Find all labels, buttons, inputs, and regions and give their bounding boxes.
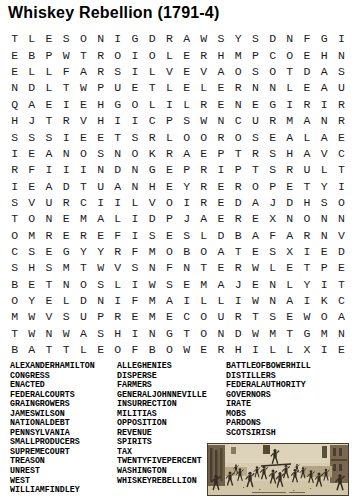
word-list-item: MILITIAS [117, 409, 207, 419]
grid-cell: W [247, 293, 264, 309]
grid-cell: C [178, 309, 195, 325]
grid-cell: E [212, 260, 229, 276]
grid-cell: E [212, 211, 229, 227]
grid-cell: L [144, 96, 161, 112]
grid-cell: G [126, 31, 143, 47]
grid-cell: N [264, 293, 281, 309]
grid-cell: T [333, 276, 350, 292]
grid-cell: E [281, 178, 298, 194]
grid-cell: S [58, 309, 75, 325]
grid-cell: C [75, 195, 92, 211]
grid-cell: F [161, 260, 178, 276]
grid-cell: A [161, 293, 178, 309]
grid-cell: O [6, 293, 23, 309]
grid-cell: E [23, 276, 40, 292]
grid-cell: N [333, 47, 350, 63]
grid-cell: A [212, 276, 229, 292]
grid-cell: N [178, 260, 195, 276]
grid-cell: C [333, 145, 350, 161]
grid-cell: U [212, 309, 229, 325]
grid-cell: Q [6, 96, 23, 112]
grid-cell: M [6, 309, 23, 325]
word-list-item: WILLIAMFINDLEY [10, 485, 95, 495]
grid-cell: D [281, 195, 298, 211]
grid-cell: E [23, 178, 40, 194]
grid-cell: T [109, 129, 126, 145]
grid-cell: L [161, 80, 178, 96]
word-list-item: ALEXANDERHAMILTON [10, 361, 95, 371]
grid-cell: T [144, 80, 161, 96]
grid-cell: N [316, 113, 333, 129]
grid-cell: X [281, 244, 298, 260]
grid-cell: N [92, 31, 109, 47]
grid-cell: A [298, 113, 315, 129]
grid-cell: D [23, 80, 40, 96]
grid-cell: O [281, 47, 298, 63]
grid-cell: A [247, 227, 264, 243]
grid-cell: E [40, 244, 57, 260]
word-list-item: NATIONALDEBT [10, 418, 95, 428]
word-list-item: SCOTSIRISH [226, 428, 311, 438]
grid-cell: E [40, 293, 57, 309]
grid-cell: S [333, 64, 350, 80]
grid-cell: E [247, 211, 264, 227]
grid-cell: A [178, 31, 195, 47]
grid-cell: I [6, 178, 23, 194]
grid-cell: W [178, 342, 195, 358]
grid-cell: D [230, 195, 247, 211]
grid-cell: P [40, 47, 57, 63]
grid-cell: D [144, 211, 161, 227]
grid-cell: E [92, 129, 109, 145]
word-list-column: ALLEGHENIESDISPERSEFARMERSGENERALJOHNNEV… [117, 361, 207, 485]
grid-cell: I [281, 96, 298, 112]
grid-cell: A [40, 145, 57, 161]
word-list-item: WHISKEYREBELLION [117, 476, 207, 486]
grid-cell: A [333, 309, 350, 325]
grid-cell: O [75, 31, 92, 47]
grid-cell: V [23, 195, 40, 211]
grid-cell: S [126, 260, 143, 276]
grid-cell: R [298, 227, 315, 243]
word-list-item: FARMERS [117, 380, 207, 390]
grid-cell: E [58, 211, 75, 227]
grid-cell: E [281, 260, 298, 276]
grid-cell: E [6, 64, 23, 80]
grid-cell: E [92, 227, 109, 243]
grid-cell: A [247, 195, 264, 211]
grid-cell: O [126, 145, 143, 161]
grid-cell: Y [92, 244, 109, 260]
grid-cell: R [195, 47, 212, 63]
grid-cell: R [298, 96, 315, 112]
grid-cell: R [75, 227, 92, 243]
grid-cell: L [316, 162, 333, 178]
grid-cell: M [58, 260, 75, 276]
word-list-item: GRAINGROWERS [10, 399, 95, 409]
grid-cell: G [58, 244, 75, 260]
grid-cell: Y [298, 276, 315, 292]
grid-cell: P [161, 211, 178, 227]
grid-cell: O [316, 309, 333, 325]
grid-cell: L [281, 342, 298, 358]
grid-cell: G [298, 325, 315, 341]
grid-cell: S [92, 325, 109, 341]
grid-cell: F [298, 31, 315, 47]
grid-cell: I [58, 129, 75, 145]
grid-cell: E [212, 195, 229, 211]
grid-cell: N [247, 80, 264, 96]
grid-cell: A [23, 96, 40, 112]
grid-cell: I [126, 276, 143, 292]
grid-cell: A [178, 145, 195, 161]
grid-cell: S [144, 227, 161, 243]
grid-cell: R [195, 195, 212, 211]
grid-cell: M [144, 244, 161, 260]
word-list-item: INSURRECTION [117, 399, 207, 409]
grid-cell: E [126, 80, 143, 96]
grid-cell: M [75, 211, 92, 227]
grid-cell: X [298, 342, 315, 358]
grid-cell: H [109, 325, 126, 341]
grid-cell: O [195, 129, 212, 145]
grid-cell: N [92, 162, 109, 178]
grid-cell: A [40, 178, 57, 194]
grid-cell: T [298, 260, 315, 276]
grid-cell: N [144, 260, 161, 276]
grid-cell: D [333, 244, 350, 260]
grid-cell: P [316, 260, 333, 276]
grid-cell: N [58, 276, 75, 292]
word-list-item: TAX [117, 447, 207, 457]
grid-cell: O [75, 276, 92, 292]
grid-cell: N [281, 31, 298, 47]
grid-cell: M [144, 309, 161, 325]
grid-cell: L [40, 64, 57, 80]
grid-cell: T [6, 325, 23, 341]
grid-cell: D [212, 227, 229, 243]
grid-cell: E [247, 244, 264, 260]
grid-cell: I [109, 293, 126, 309]
grid-cell: S [92, 276, 109, 292]
grid-cell: C [230, 113, 247, 129]
grid-cell: I [126, 325, 143, 341]
grid-cell: N [6, 80, 23, 96]
grid-cell: S [6, 195, 23, 211]
grid-cell: E [333, 129, 350, 145]
grid-cell: H [92, 96, 109, 112]
grid-cell: H [23, 260, 40, 276]
grid-cell: O [161, 244, 178, 260]
grid-cell: U [333, 80, 350, 96]
grid-cell: T [40, 113, 57, 129]
grid-cell: W [298, 309, 315, 325]
grid-cell: L [23, 64, 40, 80]
grid-cell: S [264, 145, 281, 161]
grid-cell: O [333, 195, 350, 211]
grid-cell: E [333, 342, 350, 358]
grid-cell: E [92, 342, 109, 358]
word-list-item: FEDERALCOURTS [10, 390, 95, 400]
grid-cell: S [126, 129, 143, 145]
grid-cell: T [6, 211, 23, 227]
grid-cell: R [6, 162, 23, 178]
word-list-item: TREASON [10, 456, 95, 466]
grid-cell: I [126, 64, 143, 80]
grid-cell: A [298, 145, 315, 161]
grid-cell: W [58, 47, 75, 63]
word-list-item: OPPOSITION [117, 418, 207, 428]
grid-cell: M [316, 325, 333, 341]
grid-cell: G [264, 96, 281, 112]
grid-cell: L [195, 227, 212, 243]
grid-cell: N [281, 211, 298, 227]
grid-cell: N [230, 96, 247, 112]
grid-cell: E [161, 178, 178, 194]
word-list-item: PARDONS [226, 418, 311, 428]
grid-cell: O [178, 129, 195, 145]
word-list-item: REVENUE [117, 428, 207, 438]
grid-cell: R [230, 211, 247, 227]
grid-cell: V [316, 145, 333, 161]
grid-cell: L [264, 342, 281, 358]
grid-cell: P [92, 80, 109, 96]
grid-cell: T [298, 178, 315, 194]
word-list-item: UNREST [10, 466, 95, 476]
grid-cell: A [316, 64, 333, 80]
grid-cell: R [161, 145, 178, 161]
grid-cell: E [178, 47, 195, 63]
grid-cell: K [316, 293, 333, 309]
grid-cell: E [126, 309, 143, 325]
word-list-item: CONGRESS [10, 371, 95, 381]
grid-cell: O [161, 342, 178, 358]
grid-cell: S [212, 31, 229, 47]
grid-cell: N [126, 162, 143, 178]
grid-cell: R [161, 31, 178, 47]
grid-cell: R [109, 309, 126, 325]
grid-cell: B [23, 47, 40, 63]
grid-cell: V [109, 260, 126, 276]
grid-cell: B [178, 244, 195, 260]
grid-cell: E [212, 178, 229, 194]
word-list-item: PENNSYLVANIA [10, 428, 95, 438]
grid-cell: M [23, 227, 40, 243]
grid-cell: O [23, 211, 40, 227]
grid-cell: W [247, 325, 264, 341]
grid-cell: L [195, 293, 212, 309]
grid-cell: A [23, 342, 40, 358]
grid-cell: R [333, 96, 350, 112]
grid-cell: U [40, 195, 57, 211]
grid-cell: N [264, 276, 281, 292]
grid-cell: E [281, 309, 298, 325]
grid-cell: S [264, 244, 281, 260]
grid-cell: A [195, 211, 212, 227]
word-list-item: WEST [10, 476, 95, 486]
grid-cell: Y [230, 31, 247, 47]
grid-cell: W [75, 80, 92, 96]
grid-cell: J [23, 113, 40, 129]
grid-cell: J [264, 195, 281, 211]
grid-cell: Y [23, 293, 40, 309]
grid-cell: E [316, 244, 333, 260]
grid-cell: T [333, 162, 350, 178]
grid-cell: L [109, 211, 126, 227]
grid-cell: M [195, 276, 212, 292]
grid-cell: T [230, 145, 247, 161]
grid-cell: R [40, 227, 57, 243]
grid-cell: W [195, 113, 212, 129]
grid-cell: N [316, 211, 333, 227]
grid-cell: E [195, 342, 212, 358]
grid-cell: W [247, 260, 264, 276]
grid-cell: O [109, 47, 126, 63]
grid-cell: R [230, 260, 247, 276]
grid-cell: D [230, 325, 247, 341]
grid-cell: P [212, 145, 229, 161]
grid-cell: A [316, 129, 333, 145]
grid-cell: P [178, 162, 195, 178]
grid-cell: W [195, 31, 212, 47]
grid-cell: I [316, 96, 333, 112]
worksheet-page: Whiskey Rebellion (1791-4) TLESONIGDRAWS… [0, 0, 354, 500]
grid-cell: F [109, 227, 126, 243]
grid-cell: R [230, 178, 247, 194]
grid-cell: O [75, 145, 92, 161]
grid-cell: C [144, 113, 161, 129]
grid-cell: I [126, 211, 143, 227]
word-list-item: FEDERALAUTHORITY [226, 380, 311, 390]
grid-cell: H [6, 113, 23, 129]
grid-cell: F [126, 244, 143, 260]
grid-cell: N [92, 293, 109, 309]
grid-cell: E [247, 276, 264, 292]
grid-cell: C [6, 244, 23, 260]
grid-cell: A [316, 80, 333, 96]
grid-cell: R [212, 342, 229, 358]
grid-cell: S [6, 260, 23, 276]
grid-cell: O [298, 211, 315, 227]
grid-cell: M [264, 325, 281, 341]
engraving-caption [252, 492, 286, 493]
grid-cell: F [23, 162, 40, 178]
grid-cell: I [109, 195, 126, 211]
grid-cell: I [247, 342, 264, 358]
grid-cell: E [161, 309, 178, 325]
grid-cell: L [40, 80, 57, 96]
grid-cell: I [126, 47, 143, 63]
grid-cell: D [58, 178, 75, 194]
grid-cell: L [109, 276, 126, 292]
word-list-column: BATTLEOFBOWERHILLDISTILLERSFEDERALAUTHOR… [226, 361, 311, 437]
grid-cell: E [6, 47, 23, 63]
grid-cell: U [109, 80, 126, 96]
grid-cell: L [212, 293, 229, 309]
grid-cell: C [333, 293, 350, 309]
grid-cell: P [247, 47, 264, 63]
grid-cell: S [247, 129, 264, 145]
grid-cell: T [75, 178, 92, 194]
grid-cell: E [333, 260, 350, 276]
grid-cell: N [58, 145, 75, 161]
grid-cell: A [281, 129, 298, 145]
grid-cell: T [281, 325, 298, 341]
grid-cell: D [109, 162, 126, 178]
grid-cell: N [333, 325, 350, 341]
grid-cell: N [40, 211, 57, 227]
grid-cell: S [264, 309, 281, 325]
word-list-item: SMALLPRODUCERS [10, 437, 95, 447]
grid-cell: N [212, 325, 229, 341]
grid-cell: R [58, 113, 75, 129]
grid-cell: D [75, 293, 92, 309]
grid-cell: E [298, 80, 315, 96]
grid-cell: H [281, 145, 298, 161]
grid-cell: G [109, 96, 126, 112]
grid-cell: I [92, 195, 109, 211]
grid-cell: S [23, 129, 40, 145]
grid-cell: O [247, 178, 264, 194]
grid-cell: B [6, 276, 23, 292]
grid-cell: I [6, 145, 23, 161]
grid-cell: O [161, 195, 178, 211]
grid-cell: E [178, 276, 195, 292]
grid-cell: I [58, 162, 75, 178]
grid-cell: H [144, 178, 161, 194]
grid-cell: I [230, 293, 247, 309]
grid-cell: R [230, 80, 247, 96]
grid-cell: I [316, 276, 333, 292]
grid-cell: L [126, 195, 143, 211]
grid-cell: E [298, 47, 315, 63]
grid-cell: A [212, 244, 229, 260]
grid-cell: E [161, 162, 178, 178]
grid-cell: N [212, 113, 229, 129]
grid-cell: L [58, 293, 75, 309]
grid-cell: R [144, 129, 161, 145]
grid-cell: O [195, 309, 212, 325]
word-list-item: SUPREMECOURT [10, 447, 95, 457]
grid-cell: O [230, 129, 247, 145]
grid-cell: O [109, 342, 126, 358]
grid-cell: R [333, 113, 350, 129]
grid-cell: R [195, 162, 212, 178]
grid-cell: P [230, 162, 247, 178]
grid-cell: S [178, 113, 195, 129]
grid-cell: H [298, 195, 315, 211]
grid-cell: B [230, 227, 247, 243]
grid-cell: E [247, 96, 264, 112]
grid-cell: A [109, 178, 126, 194]
grid-cell: A [75, 325, 92, 341]
grid-cell: E [212, 96, 229, 112]
grid-cell: H [92, 113, 109, 129]
grid-cell: I [126, 227, 143, 243]
grid-cell: T [58, 80, 75, 96]
grid-cell: I [298, 244, 315, 260]
grid-cell: L [298, 129, 315, 145]
grid-cell: R [92, 47, 109, 63]
grid-cell: M [281, 113, 298, 129]
grid-cell: S [316, 195, 333, 211]
grid-cell: N [144, 325, 161, 341]
word-list-item: DISTILLERS [226, 371, 311, 381]
grid-cell: G [316, 31, 333, 47]
grid-cell: U [75, 309, 92, 325]
grid-cell: D [264, 31, 281, 47]
grid-cell: S [40, 129, 57, 145]
